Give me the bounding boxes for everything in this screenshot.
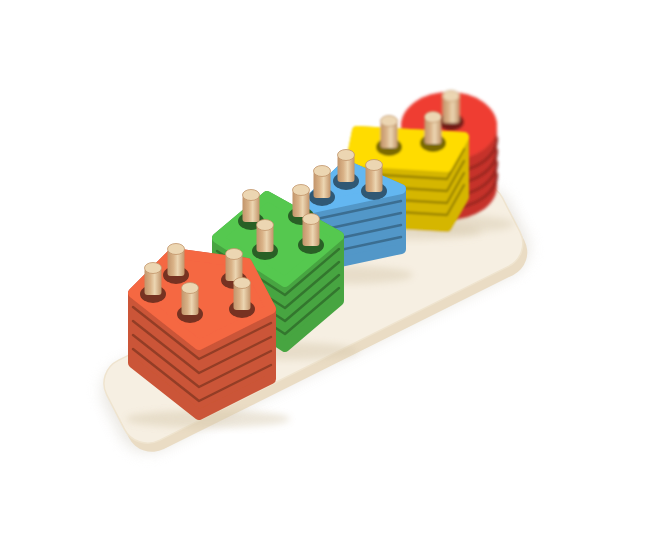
- wooden-peg-top: [443, 91, 460, 102]
- wooden-peg-top: [226, 249, 243, 260]
- wooden-peg-top: [257, 220, 274, 231]
- wooden-peg-top: [234, 278, 251, 289]
- shape-sorter-scene: [0, 0, 650, 550]
- wooden-peg-top: [243, 190, 260, 201]
- wooden-peg-top: [425, 112, 442, 123]
- wooden-peg-top: [303, 214, 320, 225]
- wooden-peg-top: [338, 150, 355, 161]
- wooden-peg-top: [314, 166, 331, 177]
- wooden-peg-top: [168, 244, 185, 255]
- wooden-peg-top: [182, 283, 199, 294]
- wooden-peg-top: [381, 116, 398, 127]
- wooden-peg-top: [145, 263, 162, 274]
- toy-photo: [0, 0, 650, 550]
- wooden-peg-top: [293, 185, 310, 196]
- wooden-peg-top: [366, 160, 383, 171]
